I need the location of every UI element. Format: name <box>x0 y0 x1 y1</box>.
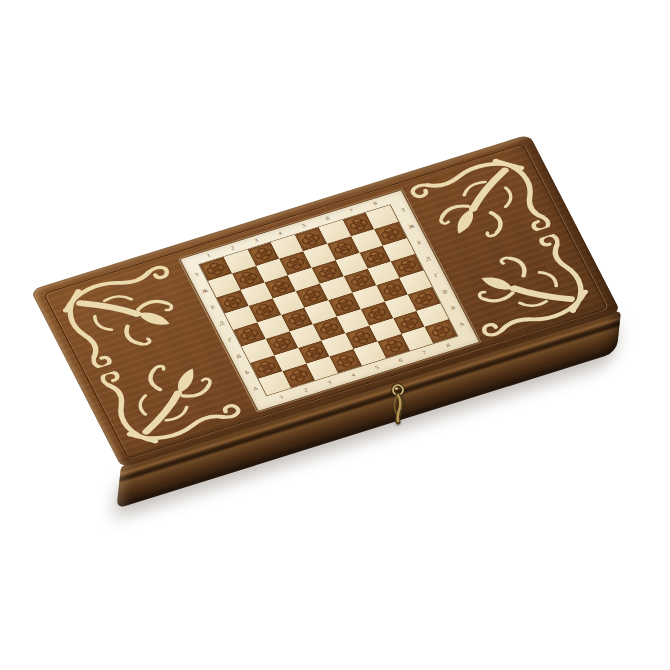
product-photo-scene: 12345678 12345678 ЗЖЕДГВБА ЗЖЕДГВБА <box>0 0 670 670</box>
brass-clasp <box>388 383 408 425</box>
